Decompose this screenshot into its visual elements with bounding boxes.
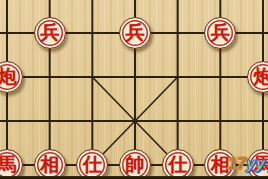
piece-red-soldier[interactable]: 兵: [34, 17, 66, 49]
xiangqi-board: 兵 兵 兵 炮 炮 馬 相 仕 帥 仕 相 馬 17yy: [0, 0, 268, 179]
board-bottom-edge: [0, 176, 268, 179]
watermark-17: 17: [227, 154, 246, 173]
piece-red-cannon[interactable]: 炮: [247, 61, 268, 93]
watermark-yy: yy: [246, 154, 265, 173]
piece-red-advisor[interactable]: 仕: [162, 149, 194, 179]
piece-red-elephant[interactable]: 相: [34, 149, 66, 179]
piece-red-cannon[interactable]: 炮: [0, 61, 23, 93]
piece-red-general[interactable]: 帥: [119, 149, 151, 179]
watermark-17yy: 17yy: [227, 155, 265, 172]
piece-red-horse[interactable]: 馬: [0, 149, 23, 179]
piece-red-soldier[interactable]: 兵: [119, 17, 151, 49]
piece-red-soldier[interactable]: 兵: [204, 17, 236, 49]
piece-red-advisor[interactable]: 仕: [76, 149, 108, 179]
